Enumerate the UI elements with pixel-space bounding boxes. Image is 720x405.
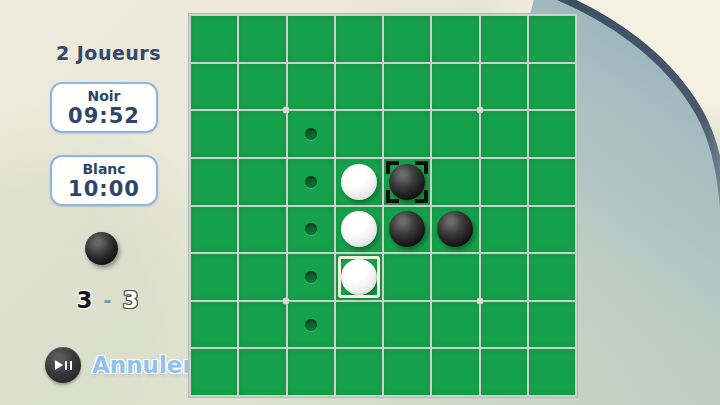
board-cell-a2[interactable] — [191, 64, 237, 110]
board-cell-e2[interactable] — [384, 64, 430, 110]
white-clock: Blanc 10:00 — [50, 155, 158, 206]
board-cell-h5[interactable] — [529, 207, 575, 253]
board-cell-g1[interactable] — [481, 16, 527, 62]
board-cell-e8[interactable] — [384, 349, 430, 395]
board-cell-f4[interactable] — [432, 159, 478, 205]
board-cell-b4[interactable] — [239, 159, 285, 205]
board-cell-g5[interactable] — [481, 207, 527, 253]
board-cell-b7[interactable] — [239, 302, 285, 348]
board-cell-b2[interactable] — [239, 64, 285, 110]
board-cell-b1[interactable] — [239, 16, 285, 62]
board-cell-h1[interactable] — [529, 16, 575, 62]
annuler-button-label: Annuler — [92, 352, 194, 378]
white-disc-d6 — [341, 259, 377, 295]
board-star-point — [477, 106, 484, 113]
board-cell-g8[interactable] — [481, 349, 527, 395]
board-cell-a7[interactable] — [191, 302, 237, 348]
board-cell-d1[interactable] — [336, 16, 382, 62]
white-clock-label: Blanc — [52, 162, 156, 177]
players-mode-label: 2 Joueurs — [40, 42, 177, 64]
board-cell-a8[interactable] — [191, 349, 237, 395]
score-separator: - — [104, 289, 112, 311]
black-disc-f5 — [437, 211, 473, 247]
score-black-count: 3 — [77, 287, 93, 313]
board-cell-b6[interactable] — [239, 254, 285, 300]
board-cell-d6[interactable] — [336, 254, 382, 300]
board-cell-h6[interactable] — [529, 254, 575, 300]
othello-board — [188, 13, 578, 398]
board-cell-b5[interactable] — [239, 207, 285, 253]
board-cell-h7[interactable] — [529, 302, 575, 348]
board-cell-c1[interactable] — [288, 16, 334, 62]
board-cell-f1[interactable] — [432, 16, 478, 62]
board-cell-e6[interactable] — [384, 254, 430, 300]
board-cell-g4[interactable] — [481, 159, 527, 205]
board-cell-f3[interactable] — [432, 111, 478, 157]
board-cell-d7[interactable] — [336, 302, 382, 348]
board-cell-e5[interactable] — [384, 207, 430, 253]
board-cell-f8[interactable] — [432, 349, 478, 395]
board-cell-g7[interactable] — [481, 302, 527, 348]
legal-move-hint-c4[interactable] — [305, 176, 317, 188]
board-cell-b3[interactable] — [239, 111, 285, 157]
board-cell-a3[interactable] — [191, 111, 237, 157]
legal-move-hint-c3[interactable] — [305, 128, 317, 140]
black-clock: Noir 09:52 — [50, 82, 158, 133]
board-cell-a5[interactable] — [191, 207, 237, 253]
legal-move-hint-c5[interactable] — [305, 223, 317, 235]
board-cell-b8[interactable] — [239, 349, 285, 395]
board-cell-h4[interactable] — [529, 159, 575, 205]
black-disc-e4 — [389, 164, 425, 200]
black-clock-time: 09:52 — [52, 104, 156, 128]
board-cell-e4[interactable] — [384, 159, 430, 205]
board-cell-h8[interactable] — [529, 349, 575, 395]
board-cell-e1[interactable] — [384, 16, 430, 62]
black-disc-e5 — [389, 211, 425, 247]
white-disc-d4 — [341, 164, 377, 200]
board-cell-d4[interactable] — [336, 159, 382, 205]
board-cell-g3[interactable] — [481, 111, 527, 157]
board-cell-c8[interactable] — [288, 349, 334, 395]
board-cell-h3[interactable] — [529, 111, 575, 157]
board-cell-c3[interactable] — [288, 111, 334, 157]
legal-move-hint-c6[interactable] — [305, 271, 317, 283]
play-pause-icon — [45, 347, 81, 383]
score-display: 3 - 3 — [40, 287, 175, 313]
board-star-point — [283, 106, 290, 113]
white-clock-time: 10:00 — [52, 177, 156, 201]
annuler-button[interactable]: Annuler — [45, 347, 194, 383]
board-cell-h2[interactable] — [529, 64, 575, 110]
board-star-point — [283, 298, 290, 305]
board-cell-f7[interactable] — [432, 302, 478, 348]
board-cell-c2[interactable] — [288, 64, 334, 110]
board-cell-c6[interactable] — [288, 254, 334, 300]
board-cell-e3[interactable] — [384, 111, 430, 157]
turn-indicator-black-disc — [85, 232, 118, 265]
board-cell-c5[interactable] — [288, 207, 334, 253]
board-cell-g2[interactable] — [481, 64, 527, 110]
board-cell-c7[interactable] — [288, 302, 334, 348]
board-star-point — [477, 298, 484, 305]
board-cell-d3[interactable] — [336, 111, 382, 157]
game-screen: 2 Joueurs Noir 09:52 Blanc 10:00 3 - 3 A… — [0, 0, 720, 405]
board-cell-a4[interactable] — [191, 159, 237, 205]
board-cell-f2[interactable] — [432, 64, 478, 110]
board-cell-d5[interactable] — [336, 207, 382, 253]
board-cell-g6[interactable] — [481, 254, 527, 300]
board-cell-d8[interactable] — [336, 349, 382, 395]
legal-move-hint-c7[interactable] — [305, 319, 317, 331]
board-cell-f6[interactable] — [432, 254, 478, 300]
board-cell-d2[interactable] — [336, 64, 382, 110]
score-white-count: 3 — [122, 287, 138, 313]
black-clock-label: Noir — [52, 89, 156, 104]
board-cell-e7[interactable] — [384, 302, 430, 348]
white-disc-d5 — [341, 211, 377, 247]
board-cell-c4[interactable] — [288, 159, 334, 205]
board-cell-a1[interactable] — [191, 16, 237, 62]
board-cell-a6[interactable] — [191, 254, 237, 300]
board-cell-f5[interactable] — [432, 207, 478, 253]
